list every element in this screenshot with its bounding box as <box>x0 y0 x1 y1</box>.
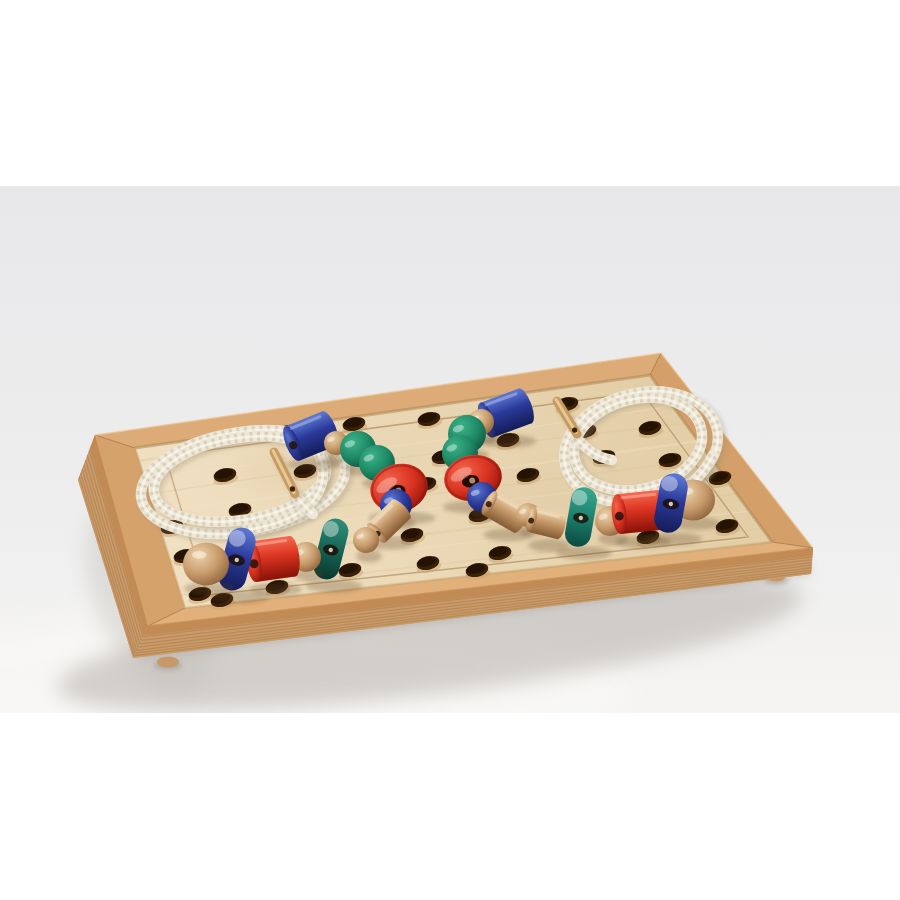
product-photo-stage <box>0 0 900 900</box>
bead-natural-ball <box>183 543 229 586</box>
bead-shadow <box>646 533 702 546</box>
lacing-beads-pegboard-photo <box>0 0 900 900</box>
needle-eye <box>290 486 295 491</box>
bead-highlight <box>192 551 207 559</box>
tray-foot <box>157 657 179 668</box>
bead-tan-sphere <box>353 527 379 553</box>
bead-shadow <box>556 547 612 560</box>
bead-shadow <box>305 580 363 593</box>
needle-eye <box>572 427 577 432</box>
